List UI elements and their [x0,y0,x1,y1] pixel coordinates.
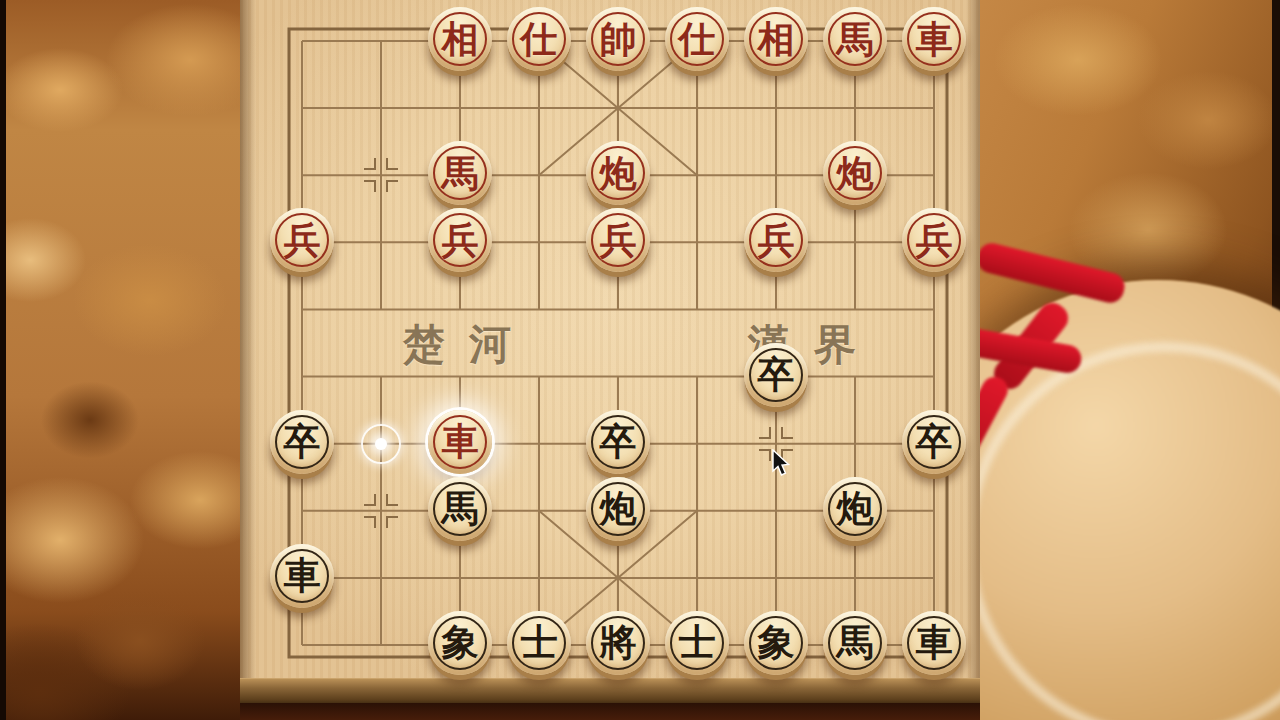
piece-glyph: 兵 [428,208,492,272]
piece-glyph: 相 [744,7,808,71]
game-screen: 楚河 漢界 相仕帥仕相馬車馬炮炮兵兵兵兵兵車卒卒卒卒馬炮炮車象士將士象馬車 [0,0,1280,720]
piece-glyph: 車 [270,544,334,608]
piece-red-advisor[interactable]: 仕 [507,7,571,71]
mouse-cursor [771,449,793,479]
piece-black-horse[interactable]: 馬 [428,477,492,541]
piece-glyph: 士 [507,611,571,675]
piece-glyph: 炮 [586,141,650,205]
piece-black-cannon[interactable]: 炮 [586,477,650,541]
piece-red-soldier[interactable]: 兵 [428,208,492,272]
piece-red-elephant[interactable]: 相 [744,7,808,71]
piece-glyph: 士 [665,611,729,675]
piece-black-advisor[interactable]: 士 [665,611,729,675]
piece-glyph: 兵 [270,208,334,272]
piece-black-elephant[interactable]: 象 [744,611,808,675]
piece-red-elephant[interactable]: 相 [428,7,492,71]
piece-glyph: 兵 [586,208,650,272]
piece-glyph: 仕 [507,7,571,71]
piece-glyph: 車 [902,611,966,675]
piece-red-soldier[interactable]: 兵 [586,208,650,272]
piece-glyph: 象 [428,611,492,675]
piece-glyph: 炮 [823,141,887,205]
piece-red-general[interactable]: 帥 [586,7,650,71]
piece-black-general[interactable]: 將 [586,611,650,675]
piece-black-advisor[interactable]: 士 [507,611,571,675]
piece-red-soldier[interactable]: 兵 [902,208,966,272]
piece-glyph: 象 [744,611,808,675]
point-marker [364,494,398,528]
piece-red-cannon[interactable]: 炮 [586,141,650,205]
piece-glyph: 兵 [744,208,808,272]
piece-glyph: 卒 [902,410,966,474]
piece-glyph: 卒 [744,343,808,407]
piece-black-elephant[interactable]: 象 [428,611,492,675]
pieces-layer: 相仕帥仕相馬車馬炮炮兵兵兵兵兵車卒卒卒卒馬炮炮車象士將士象馬車 [0,0,1280,720]
piece-glyph: 帥 [586,7,650,71]
piece-glyph: 仕 [665,7,729,71]
piece-black-soldier[interactable]: 卒 [902,410,966,474]
piece-red-horse[interactable]: 馬 [823,7,887,71]
move-origin-dot [361,424,401,464]
piece-black-cannon[interactable]: 炮 [823,477,887,541]
piece-black-soldier[interactable]: 卒 [270,410,334,474]
piece-red-chariot[interactable]: 車 [428,410,492,474]
piece-glyph: 馬 [823,611,887,675]
piece-glyph: 相 [428,7,492,71]
piece-black-chariot[interactable]: 車 [902,611,966,675]
piece-glyph: 炮 [823,477,887,541]
piece-glyph: 兵 [902,208,966,272]
piece-red-advisor[interactable]: 仕 [665,7,729,71]
piece-glyph: 車 [428,410,492,474]
piece-glyph: 車 [902,7,966,71]
piece-red-chariot[interactable]: 車 [902,7,966,71]
piece-glyph: 炮 [586,477,650,541]
point-marker [364,158,398,192]
piece-black-soldier[interactable]: 卒 [744,343,808,407]
piece-glyph: 將 [586,611,650,675]
piece-red-soldier[interactable]: 兵 [270,208,334,272]
piece-red-horse[interactable]: 馬 [428,141,492,205]
piece-glyph: 卒 [586,410,650,474]
piece-black-chariot[interactable]: 車 [270,544,334,608]
piece-glyph: 馬 [428,141,492,205]
piece-red-soldier[interactable]: 兵 [744,208,808,272]
piece-black-horse[interactable]: 馬 [823,611,887,675]
piece-glyph: 馬 [428,477,492,541]
piece-black-soldier[interactable]: 卒 [586,410,650,474]
piece-glyph: 馬 [823,7,887,71]
piece-glyph: 卒 [270,410,334,474]
piece-red-cannon[interactable]: 炮 [823,141,887,205]
